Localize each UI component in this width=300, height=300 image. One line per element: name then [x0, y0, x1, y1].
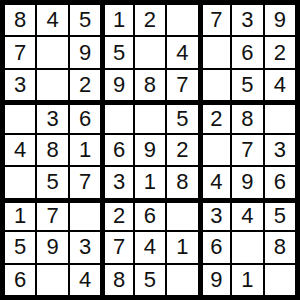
cell-r1c1[interactable]: 8: [5, 5, 35, 35]
cell-r7c7[interactable]: 3: [200, 200, 230, 230]
cell-r6c4[interactable]: 3: [102, 167, 132, 197]
cell-r7c5[interactable]: 6: [135, 200, 165, 230]
cell-r4c6[interactable]: 5: [167, 102, 197, 132]
cell-r3c8[interactable]: 5: [232, 70, 262, 100]
cell-r4c7[interactable]: 2: [200, 102, 230, 132]
cell-r8c7[interactable]: 6: [200, 232, 230, 262]
cell-r7c9[interactable]: 5: [265, 200, 295, 230]
cell-r9c3[interactable]: 4: [70, 265, 100, 295]
cell-r3c7[interactable]: [200, 70, 230, 100]
cell-r1c8[interactable]: 3: [232, 5, 262, 35]
cell-r8c5[interactable]: 4: [135, 232, 165, 262]
cell-r8c6[interactable]: 1: [167, 232, 197, 262]
cell-r8c2[interactable]: 9: [37, 232, 67, 262]
cell-r1c4[interactable]: 1: [102, 5, 132, 35]
cell-r6c7[interactable]: 4: [200, 167, 230, 197]
cell-r9c7[interactable]: 9: [200, 265, 230, 295]
cell-r4c1[interactable]: [5, 102, 35, 132]
cell-r3c4[interactable]: 9: [102, 70, 132, 100]
cell-r7c3[interactable]: [70, 200, 100, 230]
cell-r5c3[interactable]: 1: [70, 135, 100, 165]
cell-r7c4[interactable]: 2: [102, 200, 132, 230]
cell-r7c6[interactable]: [167, 200, 197, 230]
cell-r4c2[interactable]: 3: [37, 102, 67, 132]
cell-r2c3[interactable]: 9: [70, 37, 100, 67]
cell-r2c2[interactable]: [37, 37, 67, 67]
cell-r3c6[interactable]: 7: [167, 70, 197, 100]
cell-r8c3[interactable]: 3: [70, 232, 100, 262]
cell-r6c8[interactable]: 9: [232, 167, 262, 197]
cell-r1c5[interactable]: 2: [135, 5, 165, 35]
cell-r6c3[interactable]: 7: [70, 167, 100, 197]
cell-r2c8[interactable]: 6: [232, 37, 262, 67]
cell-r9c2[interactable]: [37, 265, 67, 295]
cell-r3c3[interactable]: 2: [70, 70, 100, 100]
cell-r1c3[interactable]: 5: [70, 5, 100, 35]
cell-r2c1[interactable]: 7: [5, 37, 35, 67]
cell-r4c8[interactable]: 8: [232, 102, 262, 132]
cell-r2c6[interactable]: 4: [167, 37, 197, 67]
sudoku-grid: 8451273979546232987543652848169273573184…: [5, 5, 295, 295]
cell-r5c5[interactable]: 9: [135, 135, 165, 165]
cell-r4c9[interactable]: [265, 102, 295, 132]
cell-r3c9[interactable]: 4: [265, 70, 295, 100]
cell-r9c8[interactable]: 1: [232, 265, 262, 295]
cell-r6c2[interactable]: 5: [37, 167, 67, 197]
cell-r2c7[interactable]: [200, 37, 230, 67]
cell-r7c2[interactable]: 7: [37, 200, 67, 230]
cell-r9c9[interactable]: [265, 265, 295, 295]
cell-r5c8[interactable]: 7: [232, 135, 262, 165]
cell-r6c9[interactable]: 6: [265, 167, 295, 197]
sudoku-board: 8451273979546232987543652848169273573184…: [0, 0, 300, 300]
cell-r5c7[interactable]: [200, 135, 230, 165]
cell-r1c9[interactable]: 9: [265, 5, 295, 35]
cell-r5c4[interactable]: 6: [102, 135, 132, 165]
cell-r6c6[interactable]: 8: [167, 167, 197, 197]
cell-r9c6[interactable]: [167, 265, 197, 295]
cell-r3c5[interactable]: 8: [135, 70, 165, 100]
cell-r4c3[interactable]: 6: [70, 102, 100, 132]
cell-r7c1[interactable]: 1: [5, 200, 35, 230]
cell-r1c6[interactable]: [167, 5, 197, 35]
cell-r7c8[interactable]: 4: [232, 200, 262, 230]
cell-r8c8[interactable]: [232, 232, 262, 262]
cell-r8c4[interactable]: 7: [102, 232, 132, 262]
cell-r4c5[interactable]: [135, 102, 165, 132]
cell-r9c4[interactable]: 8: [102, 265, 132, 295]
cell-r5c1[interactable]: 4: [5, 135, 35, 165]
cell-r9c1[interactable]: 6: [5, 265, 35, 295]
cell-r2c9[interactable]: 2: [265, 37, 295, 67]
cell-r5c6[interactable]: 2: [167, 135, 197, 165]
cell-r6c5[interactable]: 1: [135, 167, 165, 197]
cell-r8c1[interactable]: 5: [5, 232, 35, 262]
cell-r9c5[interactable]: 5: [135, 265, 165, 295]
cell-r1c7[interactable]: 7: [200, 5, 230, 35]
cell-r2c5[interactable]: [135, 37, 165, 67]
cell-r3c1[interactable]: 3: [5, 70, 35, 100]
cell-r6c1[interactable]: [5, 167, 35, 197]
cell-r5c2[interactable]: 8: [37, 135, 67, 165]
cell-r2c4[interactable]: 5: [102, 37, 132, 67]
cell-r8c9[interactable]: 8: [265, 232, 295, 262]
cell-r4c4[interactable]: [102, 102, 132, 132]
cell-r3c2[interactable]: [37, 70, 67, 100]
cell-r1c2[interactable]: 4: [37, 5, 67, 35]
cell-r5c9[interactable]: 3: [265, 135, 295, 165]
